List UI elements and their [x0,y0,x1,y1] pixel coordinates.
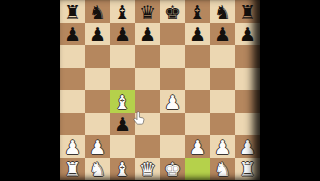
white-pawn-g2[interactable]: ♟ [214,138,231,157]
white-bishop-c4[interactable]: ♝ [114,93,131,112]
screenshot-stage: ♜♞♝♛♚♝♞♜♟♟♟♟♟♟♟♝♟♟♟♟♟♟♟♜♞♝♛♚♞♜ [0,0,320,180]
square-f3[interactable] [185,113,210,136]
black-bishop-f8[interactable]: ♝ [189,3,206,22]
black-rook-a8[interactable]: ♜ [64,3,81,22]
white-rook-h1[interactable]: ♜ [239,160,256,179]
white-pawn-a2[interactable]: ♟ [64,138,81,157]
white-pawn-e4[interactable]: ♟ [164,93,181,112]
black-king-e8[interactable]: ♚ [164,3,181,22]
white-bishop-c1[interactable]: ♝ [114,160,131,179]
square-c4[interactable]: ♝ [110,90,135,113]
square-a1[interactable]: ♜ [60,158,85,181]
white-pawn-b2[interactable]: ♟ [89,138,106,157]
square-a3[interactable] [60,113,85,136]
square-f6[interactable] [185,45,210,68]
black-pawn-h7[interactable]: ♟ [239,25,256,44]
square-c1[interactable]: ♝ [110,158,135,181]
square-f4[interactable] [185,90,210,113]
square-g5[interactable] [210,68,235,91]
square-d2[interactable] [135,135,160,158]
square-d6[interactable] [135,45,160,68]
square-g4[interactable] [210,90,235,113]
square-f2[interactable]: ♟ [185,135,210,158]
square-g3[interactable] [210,113,235,136]
square-a2[interactable]: ♟ [60,135,85,158]
square-f8[interactable]: ♝ [185,0,210,23]
square-d3[interactable] [135,113,160,136]
black-queen-d8[interactable]: ♛ [139,3,156,22]
letterbox-right [260,0,320,180]
square-g6[interactable] [210,45,235,68]
square-b1[interactable]: ♞ [85,158,110,181]
square-h7[interactable]: ♟ [235,23,260,46]
square-h8[interactable]: ♜ [235,0,260,23]
square-a4[interactable] [60,90,85,113]
black-pawn-g7[interactable]: ♟ [214,25,231,44]
white-pawn-h2[interactable]: ♟ [239,138,256,157]
square-b3[interactable] [85,113,110,136]
square-a7[interactable]: ♟ [60,23,85,46]
white-knight-b1[interactable]: ♞ [89,160,106,179]
black-knight-b8[interactable]: ♞ [89,3,106,22]
square-g1[interactable]: ♞ [210,158,235,181]
black-pawn-c7[interactable]: ♟ [114,25,131,44]
black-pawn-c3[interactable]: ♟ [114,115,131,134]
square-b7[interactable]: ♟ [85,23,110,46]
square-a8[interactable]: ♜ [60,0,85,23]
square-e7[interactable] [160,23,185,46]
square-c7[interactable]: ♟ [110,23,135,46]
square-c6[interactable] [110,45,135,68]
square-c8[interactable]: ♝ [110,0,135,23]
square-c2[interactable] [110,135,135,158]
square-b4[interactable] [85,90,110,113]
black-pawn-a7[interactable]: ♟ [64,25,81,44]
square-d7[interactable]: ♟ [135,23,160,46]
square-b2[interactable]: ♟ [85,135,110,158]
square-d4[interactable] [135,90,160,113]
letterbox-left [0,0,60,180]
white-knight-g1[interactable]: ♞ [214,160,231,179]
square-b8[interactable]: ♞ [85,0,110,23]
square-h4[interactable] [235,90,260,113]
square-h5[interactable] [235,68,260,91]
square-e6[interactable] [160,45,185,68]
square-h2[interactable]: ♟ [235,135,260,158]
square-e2[interactable] [160,135,185,158]
white-rook-a1[interactable]: ♜ [64,160,81,179]
square-e3[interactable] [160,113,185,136]
square-a5[interactable] [60,68,85,91]
black-pawn-f7[interactable]: ♟ [189,25,206,44]
black-knight-g8[interactable]: ♞ [214,3,231,22]
square-d8[interactable]: ♛ [135,0,160,23]
chess-board[interactable]: ♜♞♝♛♚♝♞♜♟♟♟♟♟♟♟♝♟♟♟♟♟♟♟♜♞♝♛♚♞♜ [60,0,260,180]
square-e4[interactable]: ♟ [160,90,185,113]
white-pawn-f2[interactable]: ♟ [189,138,206,157]
square-d1[interactable]: ♛ [135,158,160,181]
black-bishop-c8[interactable]: ♝ [114,3,131,22]
black-rook-h8[interactable]: ♜ [239,3,256,22]
square-c3[interactable]: ♟ [110,113,135,136]
square-b6[interactable] [85,45,110,68]
square-f5[interactable] [185,68,210,91]
square-a6[interactable] [60,45,85,68]
square-e5[interactable] [160,68,185,91]
square-e8[interactable]: ♚ [160,0,185,23]
white-queen-d1[interactable]: ♛ [139,160,156,179]
black-pawn-d7[interactable]: ♟ [139,25,156,44]
square-b5[interactable] [85,68,110,91]
square-h6[interactable] [235,45,260,68]
square-d5[interactable] [135,68,160,91]
square-g7[interactable]: ♟ [210,23,235,46]
square-f7[interactable]: ♟ [185,23,210,46]
square-c5[interactable] [110,68,135,91]
square-f1[interactable] [185,158,210,181]
square-h1[interactable]: ♜ [235,158,260,181]
square-g8[interactable]: ♞ [210,0,235,23]
square-h3[interactable] [235,113,260,136]
square-g2[interactable]: ♟ [210,135,235,158]
white-king-e1[interactable]: ♚ [164,160,181,179]
square-e1[interactable]: ♚ [160,158,185,181]
black-pawn-b7[interactable]: ♟ [89,25,106,44]
